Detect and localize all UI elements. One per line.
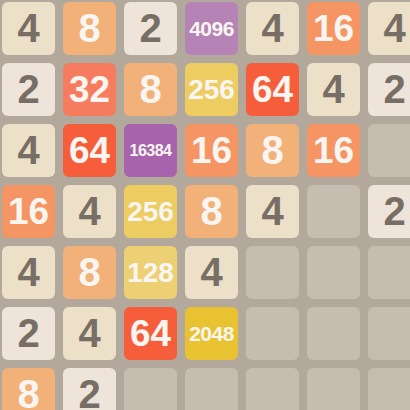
empty-cell bbox=[185, 368, 238, 410]
tile-256: 256 bbox=[185, 63, 238, 116]
tile-grid: 4824096416423282566442464163841681616425… bbox=[2, 2, 410, 410]
empty-cell bbox=[246, 368, 299, 410]
empty-cell bbox=[368, 307, 410, 360]
empty-cell bbox=[368, 368, 410, 410]
tile-4: 4 bbox=[368, 2, 410, 55]
empty-cell bbox=[307, 246, 360, 299]
empty-cell bbox=[307, 185, 360, 238]
tile-4: 4 bbox=[246, 185, 299, 238]
empty-cell bbox=[368, 124, 410, 177]
tile-2: 2 bbox=[124, 2, 177, 55]
empty-cell bbox=[246, 246, 299, 299]
tile-8: 8 bbox=[63, 246, 116, 299]
tile-4: 4 bbox=[185, 246, 238, 299]
tile-2: 2 bbox=[2, 307, 55, 360]
empty-cell bbox=[368, 246, 410, 299]
tile-4: 4 bbox=[2, 2, 55, 55]
tile-2: 2 bbox=[368, 63, 410, 116]
tile-2: 2 bbox=[63, 368, 116, 410]
empty-cell bbox=[307, 307, 360, 360]
tile-64: 64 bbox=[124, 307, 177, 360]
tile-8: 8 bbox=[63, 2, 116, 55]
board-2048[interactable]: 4824096416423282566442464163841681616425… bbox=[0, 0, 410, 410]
empty-cell bbox=[246, 307, 299, 360]
tile-16: 16 bbox=[307, 124, 360, 177]
empty-cell bbox=[124, 368, 177, 410]
tile-16384: 16384 bbox=[124, 124, 177, 177]
tile-2048: 2048 bbox=[185, 307, 238, 360]
tile-8: 8 bbox=[185, 185, 238, 238]
tile-4: 4 bbox=[307, 63, 360, 116]
tile-4: 4 bbox=[63, 185, 116, 238]
tile-16: 16 bbox=[185, 124, 238, 177]
tile-8: 8 bbox=[2, 368, 55, 410]
tile-64: 64 bbox=[63, 124, 116, 177]
tile-2: 2 bbox=[368, 185, 410, 238]
tile-64: 64 bbox=[246, 63, 299, 116]
tile-4096: 4096 bbox=[185, 2, 238, 55]
tile-4: 4 bbox=[2, 246, 55, 299]
tile-16: 16 bbox=[2, 185, 55, 238]
tile-2: 2 bbox=[2, 63, 55, 116]
tile-32: 32 bbox=[63, 63, 116, 116]
tile-4: 4 bbox=[63, 307, 116, 360]
tile-4: 4 bbox=[246, 2, 299, 55]
tile-256: 256 bbox=[124, 185, 177, 238]
tile-8: 8 bbox=[246, 124, 299, 177]
tile-8: 8 bbox=[124, 63, 177, 116]
tile-4: 4 bbox=[2, 124, 55, 177]
empty-cell bbox=[307, 368, 360, 410]
tile-128: 128 bbox=[124, 246, 177, 299]
tile-16: 16 bbox=[307, 2, 360, 55]
